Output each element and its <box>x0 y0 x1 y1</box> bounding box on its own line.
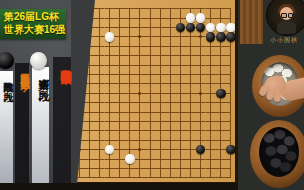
board-cell <box>216 32 226 41</box>
board-cell <box>175 60 185 69</box>
board-cell <box>165 4 175 13</box>
board-cell <box>125 79 135 88</box>
board-cell <box>165 164 175 173</box>
board-cell <box>94 89 104 98</box>
board-cell <box>94 107 104 116</box>
black-stone <box>186 23 196 33</box>
board-cell <box>155 70 165 79</box>
board-cell <box>155 13 165 22</box>
board-cell <box>94 136 104 145</box>
board-cell <box>226 117 236 126</box>
go-board <box>74 0 238 184</box>
board-cell <box>185 89 195 98</box>
board-cell <box>115 4 125 13</box>
board-cell <box>185 51 195 60</box>
board-cell <box>185 70 195 79</box>
board-cell <box>105 42 115 51</box>
board-cell <box>94 70 104 79</box>
board-cell <box>135 13 145 22</box>
board-cell <box>206 42 216 51</box>
board-cell <box>226 4 236 13</box>
board-cell <box>195 79 205 88</box>
board-cell <box>226 60 236 69</box>
board-cell <box>165 79 175 88</box>
board-cell <box>115 173 125 182</box>
logo-avatar-glasses-icon <box>281 13 293 18</box>
board-cell <box>165 42 175 51</box>
white-stone <box>206 23 216 33</box>
event-badge: 第26届LG杯 世界大赛16强 <box>0 9 66 39</box>
board-cell <box>165 98 175 107</box>
board-cell <box>195 173 205 182</box>
board-cell <box>165 107 175 116</box>
board-cell <box>185 42 195 51</box>
board-cell <box>105 13 115 22</box>
board-cell <box>175 107 185 116</box>
glasses-lens <box>281 13 287 18</box>
board-cell <box>115 89 125 98</box>
white-player-tagline: 豪言世界大赛全年不败 <box>53 57 71 183</box>
board-cell <box>195 4 205 13</box>
board-cell <box>216 126 226 135</box>
board-cell <box>206 70 216 79</box>
board-cell <box>135 154 145 163</box>
board-cell <box>125 89 135 98</box>
board-cell <box>185 154 195 163</box>
board-cell <box>175 126 185 135</box>
board-cell <box>84 154 94 163</box>
board-cell <box>135 145 145 154</box>
table-wood <box>240 0 263 44</box>
board-cell <box>115 107 125 116</box>
white-stone-avatar <box>30 52 47 69</box>
board-cell <box>125 42 135 51</box>
go-board-grid <box>74 4 236 183</box>
board-cell <box>195 126 205 135</box>
board-cell <box>94 51 104 60</box>
table-edge-bar <box>0 183 240 190</box>
board-cell <box>185 32 195 41</box>
board-cell <box>216 117 226 126</box>
board-cell <box>226 145 236 154</box>
board-cell <box>175 154 185 163</box>
board-cell <box>195 145 205 154</box>
board-cell <box>226 154 236 163</box>
board-cell <box>155 4 165 13</box>
board-cell <box>84 126 94 135</box>
black-player-name: 陶欣然 九段 <box>0 71 13 183</box>
board-cell <box>115 51 125 60</box>
board-cell <box>135 89 145 98</box>
board-cell <box>185 117 195 126</box>
board-cell <box>206 98 216 107</box>
board-cell <box>206 107 216 116</box>
board-cell <box>206 136 216 145</box>
board-cell <box>115 23 125 32</box>
board-cell <box>135 107 145 116</box>
board-cell <box>165 51 175 60</box>
board-cell <box>155 136 165 145</box>
board-cell <box>185 60 195 69</box>
board-cell <box>135 79 145 88</box>
board-cell <box>185 23 195 32</box>
glasses-lens <box>288 13 294 18</box>
board-cell <box>206 13 216 22</box>
board-cell <box>145 42 155 51</box>
board-cell <box>206 117 216 126</box>
board-cell <box>125 117 135 126</box>
board-cell <box>175 42 185 51</box>
board-cell <box>175 32 185 41</box>
board-cell <box>226 42 236 51</box>
board-cell <box>216 154 226 163</box>
board-cell <box>206 164 216 173</box>
board-cell <box>216 70 226 79</box>
board-cell <box>105 154 115 163</box>
board-cell <box>145 117 155 126</box>
board-cell <box>175 13 185 22</box>
right-panel: 小小围棋 <box>238 0 304 190</box>
board-cell <box>84 164 94 173</box>
board-cell <box>115 79 125 88</box>
logo-avatar-suit <box>277 21 296 34</box>
board-cell <box>145 51 155 60</box>
board-cell <box>165 154 175 163</box>
white-player-name: 申真谞 九段 <box>32 67 49 183</box>
board-cell <box>125 98 135 107</box>
board-cell <box>145 4 155 13</box>
board-cell <box>185 13 195 22</box>
board-cell <box>84 117 94 126</box>
board-cell <box>94 98 104 107</box>
board-cell <box>185 136 195 145</box>
board-cell <box>216 51 226 60</box>
board-cell <box>155 89 165 98</box>
white-stone <box>125 154 135 164</box>
board-cell <box>115 145 125 154</box>
board-cell <box>226 98 236 107</box>
board-cell <box>125 13 135 22</box>
board-cell <box>165 23 175 32</box>
board-cell <box>94 79 104 88</box>
board-cell <box>165 136 175 145</box>
board-cell <box>105 136 115 145</box>
board-cell <box>115 117 125 126</box>
board-cell <box>115 13 125 22</box>
board-cell <box>155 98 165 107</box>
board-cell <box>94 145 104 154</box>
badge-line-2: 世界大赛16强 <box>4 24 62 37</box>
board-cell <box>125 32 135 41</box>
board-cell <box>135 60 145 69</box>
board-cell <box>94 173 104 182</box>
board-cell <box>145 126 155 135</box>
board-cell <box>206 51 216 60</box>
board-cell <box>135 117 145 126</box>
watermark-text: 小小围棋 <box>262 36 304 45</box>
board-cell <box>195 13 205 22</box>
board-cell <box>105 32 115 41</box>
board-cell <box>84 136 94 145</box>
board-cell <box>175 79 185 88</box>
board-cell <box>105 164 115 173</box>
board-cell <box>145 145 155 154</box>
board-cell <box>105 60 115 69</box>
black-stone <box>196 23 206 33</box>
board-cell <box>105 145 115 154</box>
board-cell <box>195 89 205 98</box>
board-cell <box>195 154 205 163</box>
badge-line-1: 第26届LG杯 <box>4 11 62 24</box>
board-cell <box>115 60 125 69</box>
board-cell <box>105 4 115 13</box>
video-thumbnail: 第26届LG杯 世界大赛16强 陶欣然 九段 围甲联赛主力快棋好手 申真谞 九段… <box>0 0 304 190</box>
board-cell <box>155 51 165 60</box>
board-cell <box>216 164 226 173</box>
board-cell <box>185 126 195 135</box>
board-cell <box>175 4 185 13</box>
board-cell <box>84 173 94 182</box>
board-cell <box>94 164 104 173</box>
board-cell <box>145 107 155 116</box>
board-cell <box>145 164 155 173</box>
board-cell <box>125 70 135 79</box>
board-cell <box>145 60 155 69</box>
board-cell <box>226 70 236 79</box>
board-cell <box>195 117 205 126</box>
board-cell <box>226 32 236 41</box>
hand-picking-stone <box>258 70 304 112</box>
board-cell <box>105 126 115 135</box>
board-cell <box>125 145 135 154</box>
board-cell <box>206 145 216 154</box>
board-cell <box>145 154 155 163</box>
board-cell <box>165 126 175 135</box>
board-cell <box>125 4 135 13</box>
board-cell <box>84 98 94 107</box>
board-cell <box>206 79 216 88</box>
board-cell <box>195 136 205 145</box>
board-cell <box>155 117 165 126</box>
board-cell <box>185 79 195 88</box>
board-cell <box>115 42 125 51</box>
board-cell <box>165 32 175 41</box>
board-cell <box>115 154 125 163</box>
board-cell <box>216 13 226 22</box>
channel-logo <box>266 0 304 36</box>
board-cell <box>94 154 104 163</box>
board-cell <box>226 13 236 22</box>
board-cell <box>105 117 115 126</box>
board-cell <box>94 4 104 13</box>
board-cell <box>135 164 145 173</box>
board-cell <box>216 173 226 182</box>
black-stone <box>196 145 206 155</box>
board-cell <box>216 60 226 69</box>
board-cell <box>206 154 216 163</box>
board-cell <box>155 173 165 182</box>
board-cell <box>175 164 185 173</box>
black-bowl-stones <box>259 127 299 177</box>
board-cell <box>206 173 216 182</box>
board-cell <box>195 23 205 32</box>
board-cell <box>195 51 205 60</box>
board-cell <box>94 126 104 135</box>
board-cell <box>94 32 104 41</box>
board-cell <box>145 79 155 88</box>
board-cell <box>165 145 175 154</box>
board-cell <box>185 145 195 154</box>
board-cell <box>135 23 145 32</box>
board-cell <box>185 173 195 182</box>
board-cell <box>135 70 145 79</box>
board-cell <box>216 42 226 51</box>
board-cell <box>155 60 165 69</box>
board-cell <box>206 4 216 13</box>
board-cell <box>195 164 205 173</box>
board-cell <box>145 32 155 41</box>
board-cell <box>185 164 195 173</box>
board-cell <box>94 13 104 22</box>
board-cell <box>185 107 195 116</box>
board-cell <box>94 23 104 32</box>
board-cell <box>135 4 145 13</box>
board-cell <box>216 4 226 13</box>
board-cell <box>216 145 226 154</box>
board-cell <box>195 42 205 51</box>
board-cell <box>216 23 226 32</box>
board-cell <box>185 98 195 107</box>
board-cell <box>216 107 226 116</box>
black-stone <box>226 145 236 155</box>
board-cell <box>94 117 104 126</box>
board-cell <box>165 89 175 98</box>
board-cell <box>145 173 155 182</box>
board-cell <box>125 173 135 182</box>
board-cell <box>125 107 135 116</box>
board-cell <box>216 98 226 107</box>
board-cell <box>175 98 185 107</box>
board-cell <box>155 145 165 154</box>
white-stone <box>196 13 206 23</box>
board-cell <box>145 98 155 107</box>
black-stone-avatar <box>0 52 14 69</box>
board-cell <box>125 126 135 135</box>
board-cell <box>155 42 165 51</box>
board-cell <box>125 51 135 60</box>
board-cell <box>175 23 185 32</box>
board-cell <box>155 32 165 41</box>
board-cell <box>105 70 115 79</box>
board-cell <box>175 145 185 154</box>
board-cell <box>125 60 135 69</box>
board-cell <box>155 79 165 88</box>
board-cell <box>145 136 155 145</box>
board-cell <box>226 79 236 88</box>
white-stone <box>216 23 226 33</box>
board-cell <box>185 4 195 13</box>
board-cell <box>135 173 145 182</box>
board-cell <box>216 79 226 88</box>
board-cell <box>115 98 125 107</box>
board-cell <box>175 117 185 126</box>
board-cell <box>125 164 135 173</box>
board-cell <box>175 136 185 145</box>
board-cell <box>155 23 165 32</box>
white-stone <box>105 32 115 42</box>
board-cell <box>195 98 205 107</box>
board-cell <box>165 173 175 182</box>
board-cell <box>175 51 185 60</box>
board-cell <box>84 145 94 154</box>
board-cell <box>155 154 165 163</box>
board-cell <box>175 89 185 98</box>
board-cell <box>195 107 205 116</box>
board-cell <box>206 32 216 41</box>
board-cell <box>226 136 236 145</box>
board-cell <box>145 70 155 79</box>
board-cell <box>135 51 145 60</box>
board-cell <box>115 136 125 145</box>
board-cell <box>216 89 226 98</box>
board-cell <box>175 173 185 182</box>
black-stone-bowl <box>250 120 304 188</box>
board-cell <box>165 70 175 79</box>
board-cell <box>195 70 205 79</box>
board-cell <box>165 13 175 22</box>
board-cell <box>145 89 155 98</box>
black-stone <box>176 23 186 33</box>
board-cell <box>195 32 205 41</box>
board-cell <box>145 23 155 32</box>
board-cell <box>135 126 145 135</box>
board-cell <box>125 136 135 145</box>
board-cell <box>125 23 135 32</box>
black-stone <box>216 32 226 42</box>
board-cell <box>175 70 185 79</box>
board-cell <box>206 23 216 32</box>
board-cell <box>105 51 115 60</box>
black-stone <box>216 89 226 99</box>
black-stone <box>226 32 236 42</box>
board-cell <box>155 107 165 116</box>
board-cell <box>105 98 115 107</box>
board-cell <box>145 13 155 22</box>
board-cell <box>105 89 115 98</box>
board-cell <box>105 79 115 88</box>
board-cell <box>94 60 104 69</box>
board-cell <box>135 98 145 107</box>
hand-finger <box>273 91 281 103</box>
board-cell <box>226 23 236 32</box>
board-cell <box>125 154 135 163</box>
board-cell <box>195 60 205 69</box>
board-cell <box>216 136 226 145</box>
board-cell <box>94 42 104 51</box>
board-cell <box>226 164 236 173</box>
board-cell <box>165 117 175 126</box>
board-cell <box>115 126 125 135</box>
board-cell <box>115 70 125 79</box>
board-cell <box>226 51 236 60</box>
board-cell <box>206 126 216 135</box>
white-stone <box>226 23 236 33</box>
white-stone <box>186 13 196 23</box>
white-stone <box>105 145 115 155</box>
board-cell <box>206 89 216 98</box>
board-cell <box>135 32 145 41</box>
board-cell <box>155 126 165 135</box>
